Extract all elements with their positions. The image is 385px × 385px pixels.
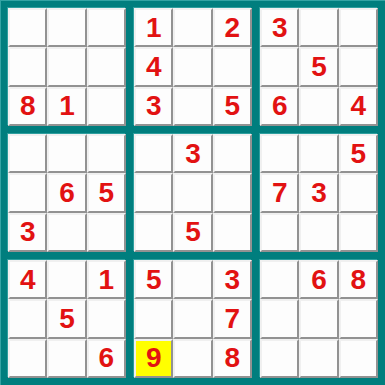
sudoku-box-8: 53798 <box>134 260 252 378</box>
cell-r5c6[interactable] <box>213 173 252 212</box>
cell-r9c3[interactable]: 6 <box>87 339 126 378</box>
cell-r1c2[interactable] <box>47 8 86 47</box>
cell-r3c2[interactable]: 1 <box>47 87 86 126</box>
cell-r9c6[interactable]: 8 <box>213 339 252 378</box>
cell-r5c3[interactable]: 5 <box>87 173 126 212</box>
cell-r2c8[interactable]: 5 <box>299 47 338 86</box>
cell-r9c5[interactable] <box>173 339 212 378</box>
cell-r2c4[interactable]: 4 <box>134 47 173 86</box>
cell-r9c4[interactable]: 9 <box>134 339 173 378</box>
cell-r5c1[interactable] <box>8 173 47 212</box>
cell-r4c3[interactable] <box>87 134 126 173</box>
cell-r8c4[interactable] <box>134 299 173 338</box>
sudoku-box-5: 35 <box>134 134 252 252</box>
cell-r3c4[interactable]: 3 <box>134 87 173 126</box>
cell-r9c1[interactable] <box>8 339 47 378</box>
cell-r9c7[interactable] <box>260 339 299 378</box>
cell-r3c3[interactable] <box>87 87 126 126</box>
cell-r7c2[interactable] <box>47 260 86 299</box>
cell-r1c9[interactable] <box>339 8 378 47</box>
cell-r9c2[interactable] <box>47 339 86 378</box>
cell-r1c4[interactable]: 1 <box>134 8 173 47</box>
cell-r7c5[interactable] <box>173 260 212 299</box>
sudoku-box-7: 4156 <box>8 260 126 378</box>
cell-r9c8[interactable] <box>299 339 338 378</box>
cell-r1c6[interactable]: 2 <box>213 8 252 47</box>
cell-r6c3[interactable] <box>87 213 126 252</box>
cell-r8c7[interactable] <box>260 299 299 338</box>
cell-r3c5[interactable] <box>173 87 212 126</box>
cell-r3c7[interactable]: 6 <box>260 87 299 126</box>
cell-r9c9[interactable] <box>339 339 378 378</box>
sudoku-box-3: 3564 <box>260 8 378 126</box>
cell-r3c1[interactable]: 8 <box>8 87 47 126</box>
cell-r4c1[interactable] <box>8 134 47 173</box>
cell-r7c9[interactable]: 8 <box>339 260 378 299</box>
cell-r7c1[interactable]: 4 <box>8 260 47 299</box>
cell-r3c8[interactable] <box>299 87 338 126</box>
cell-r5c9[interactable] <box>339 173 378 212</box>
cell-r2c6[interactable] <box>213 47 252 86</box>
cell-r7c7[interactable] <box>260 260 299 299</box>
cell-r8c1[interactable] <box>8 299 47 338</box>
cell-r2c5[interactable] <box>173 47 212 86</box>
cell-r4c6[interactable] <box>213 134 252 173</box>
cell-r7c6[interactable]: 3 <box>213 260 252 299</box>
cell-r1c7[interactable]: 3 <box>260 8 299 47</box>
cell-r4c4[interactable] <box>134 134 173 173</box>
cell-r8c8[interactable] <box>299 299 338 338</box>
cell-r1c1[interactable] <box>8 8 47 47</box>
cell-r5c5[interactable] <box>173 173 212 212</box>
cell-r1c3[interactable] <box>87 8 126 47</box>
cell-r4c5[interactable]: 3 <box>173 134 212 173</box>
cell-r6c8[interactable] <box>299 213 338 252</box>
cell-r1c8[interactable] <box>299 8 338 47</box>
sudoku-box-1: 81 <box>8 8 126 126</box>
cell-r4c8[interactable] <box>299 134 338 173</box>
cell-r8c6[interactable]: 7 <box>213 299 252 338</box>
cell-r2c2[interactable] <box>47 47 86 86</box>
cell-r2c3[interactable] <box>87 47 126 86</box>
cell-r3c9[interactable]: 4 <box>339 87 378 126</box>
sudoku-board: 811243535646533557341565379868 <box>0 0 385 385</box>
cell-r2c1[interactable] <box>8 47 47 86</box>
cell-r1c5[interactable] <box>173 8 212 47</box>
cell-r8c5[interactable] <box>173 299 212 338</box>
sudoku-box-4: 653 <box>8 134 126 252</box>
cell-r7c8[interactable]: 6 <box>299 260 338 299</box>
cell-r8c9[interactable] <box>339 299 378 338</box>
cell-r5c7[interactable]: 7 <box>260 173 299 212</box>
sudoku-box-2: 12435 <box>134 8 252 126</box>
cell-r8c2[interactable]: 5 <box>47 299 86 338</box>
cell-r6c4[interactable] <box>134 213 173 252</box>
cell-r6c1[interactable]: 3 <box>8 213 47 252</box>
sudoku-box-6: 573 <box>260 134 378 252</box>
cell-r6c2[interactable] <box>47 213 86 252</box>
cell-r6c6[interactable] <box>213 213 252 252</box>
cell-r5c4[interactable] <box>134 173 173 212</box>
cell-r6c7[interactable] <box>260 213 299 252</box>
cell-r5c8[interactable]: 3 <box>299 173 338 212</box>
cell-r6c9[interactable] <box>339 213 378 252</box>
cell-r2c7[interactable] <box>260 47 299 86</box>
cell-r3c6[interactable]: 5 <box>213 87 252 126</box>
cell-r4c9[interactable]: 5 <box>339 134 378 173</box>
cell-r2c9[interactable] <box>339 47 378 86</box>
cell-r8c3[interactable] <box>87 299 126 338</box>
cell-r7c4[interactable]: 5 <box>134 260 173 299</box>
cell-r7c3[interactable]: 1 <box>87 260 126 299</box>
cell-r4c2[interactable] <box>47 134 86 173</box>
sudoku-box-9: 68 <box>260 260 378 378</box>
cell-r4c7[interactable] <box>260 134 299 173</box>
cell-r6c5[interactable]: 5 <box>173 213 212 252</box>
cell-r5c2[interactable]: 6 <box>47 173 86 212</box>
